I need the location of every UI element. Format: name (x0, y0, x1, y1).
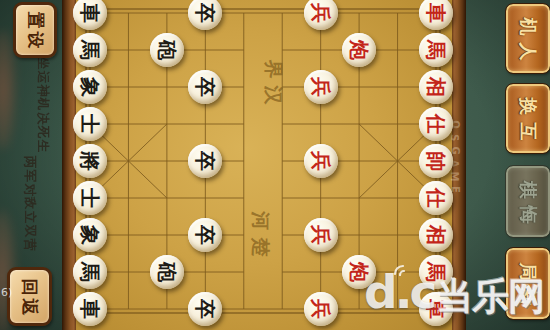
piece-character: 車 (80, 3, 100, 23)
swap-sides-button[interactable]: 换互 (506, 84, 550, 153)
piece-character: 仕 (426, 114, 446, 134)
piece-black-砲[interactable]: 砲 (150, 255, 184, 289)
human-vs-ai-button[interactable]: 机人 (506, 4, 550, 73)
piece-red-兵[interactable]: 兵 (304, 144, 338, 178)
piece-character: 兵 (311, 77, 331, 97)
piece-black-象[interactable]: 象 (73, 70, 107, 104)
piece-character: 車 (426, 3, 446, 23)
piece-character: 帥 (426, 151, 446, 171)
piece-red-仕[interactable]: 仕 (419, 107, 453, 141)
piece-character: 卒 (195, 3, 215, 23)
piece-black-卒[interactable]: 卒 (188, 0, 222, 30)
piece-black-馬[interactable]: 馬 (73, 255, 107, 289)
piece-red-兵[interactable]: 兵 (304, 0, 338, 30)
piece-black-卒[interactable]: 卒 (188, 70, 222, 104)
piece-character: 馬 (80, 40, 100, 60)
piece-black-卒[interactable]: 卒 (188, 218, 222, 252)
piece-character: 車 (80, 299, 100, 319)
piece-red-炮[interactable]: 炮 (342, 255, 376, 289)
piece-black-卒[interactable]: 卒 (188, 144, 222, 178)
piece-layer: 車馬象士將士象馬車砲砲卒卒卒卒卒兵兵兵兵兵炮炮車馬相仕帥仕相馬車 (0, 0, 550, 330)
piece-black-將[interactable]: 將 (73, 144, 107, 178)
piece-black-車[interactable]: 車 (73, 0, 107, 30)
piece-character: 砲 (157, 40, 177, 60)
piece-red-相[interactable]: 相 (419, 70, 453, 104)
piece-red-兵[interactable]: 兵 (304, 292, 338, 326)
piece-character: 砲 (157, 262, 177, 282)
piece-red-兵[interactable]: 兵 (304, 70, 338, 104)
piece-black-士[interactable]: 士 (73, 107, 107, 141)
piece-red-馬[interactable]: 馬 (419, 33, 453, 67)
piece-character: 卒 (195, 225, 215, 245)
piece-character: 士 (80, 114, 100, 134)
piece-red-兵[interactable]: 兵 (304, 218, 338, 252)
settings-button[interactable]: 置设 (13, 2, 57, 58)
undo-move-button[interactable]: 棋悔 (506, 166, 550, 237)
piece-red-帥[interactable]: 帥 (419, 144, 453, 178)
piece-character: 象 (80, 77, 100, 97)
piece-character: 兵 (311, 151, 331, 171)
piece-character: 將 (80, 151, 100, 171)
piece-character: 相 (426, 225, 446, 245)
piece-black-砲[interactable]: 砲 (150, 33, 184, 67)
piece-red-車[interactable]: 車 (419, 292, 453, 326)
piece-red-相[interactable]: 相 (419, 218, 453, 252)
piece-character: 仕 (426, 188, 446, 208)
piece-character: 象 (80, 225, 100, 245)
piece-black-象[interactable]: 象 (73, 218, 107, 252)
piece-red-車[interactable]: 車 (419, 0, 453, 30)
piece-character: 卒 (195, 77, 215, 97)
piece-character: 炮 (349, 262, 369, 282)
piece-character: 兵 (311, 3, 331, 23)
piece-black-車[interactable]: 車 (73, 292, 107, 326)
new-game-button[interactable]: 局新 (506, 248, 550, 319)
piece-character: 相 (426, 77, 446, 97)
piece-red-炮[interactable]: 炮 (342, 33, 376, 67)
piece-black-馬[interactable]: 馬 (73, 33, 107, 67)
piece-black-士[interactable]: 士 (73, 181, 107, 215)
piece-red-仕[interactable]: 仕 (419, 181, 453, 215)
piece-black-卒[interactable]: 卒 (188, 292, 222, 326)
piece-character: 卒 (195, 151, 215, 171)
piece-character: 兵 (311, 225, 331, 245)
piece-character: 卒 (195, 299, 215, 319)
piece-character: 馬 (80, 262, 100, 282)
piece-character: 士 (80, 188, 100, 208)
piece-character: 車 (426, 299, 446, 319)
piece-character: 炮 (349, 40, 369, 60)
corner-watermark-fragment: 6) (1, 286, 12, 299)
piece-red-馬[interactable]: 馬 (419, 255, 453, 289)
piece-character: 兵 (311, 299, 331, 319)
back-button[interactable]: 回返 (7, 267, 52, 326)
piece-character: 馬 (426, 40, 446, 60)
piece-character: 馬 (426, 262, 446, 282)
